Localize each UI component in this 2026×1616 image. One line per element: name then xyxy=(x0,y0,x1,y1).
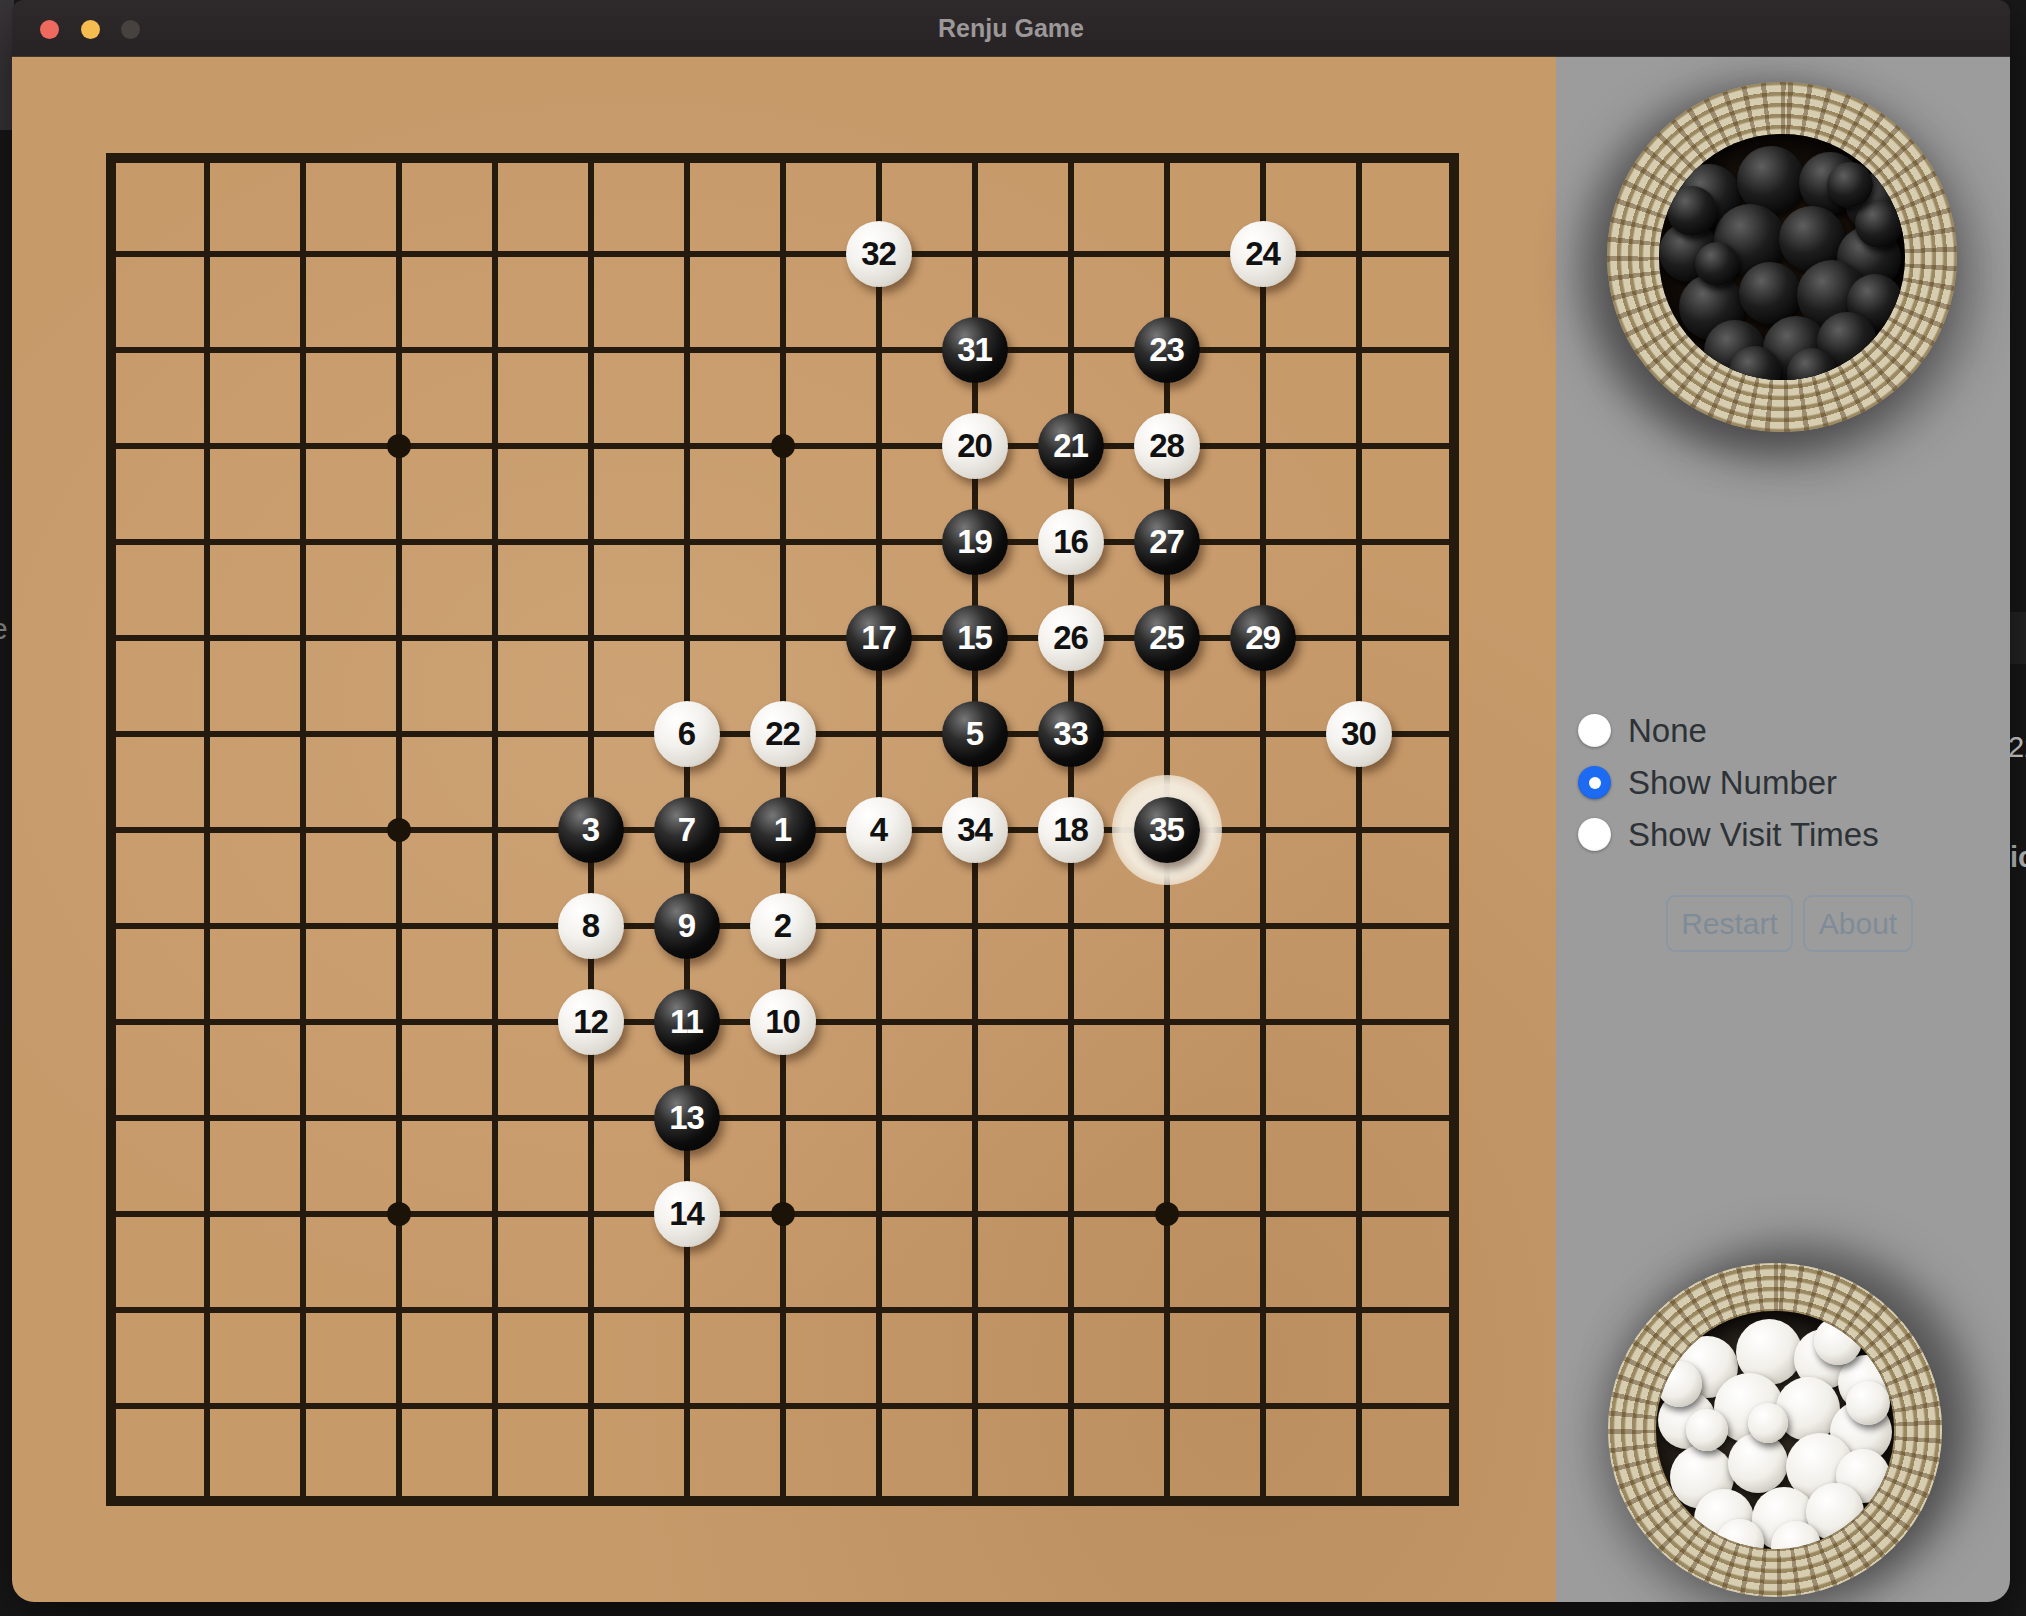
stone-16-white: 16 xyxy=(1038,509,1104,575)
radio-none[interactable]: None xyxy=(1556,712,2010,752)
stone-15-black: 15 xyxy=(942,605,1008,671)
black-bowl-stone xyxy=(1739,262,1801,324)
stone-4-white: 4 xyxy=(846,797,912,863)
stone-13-black: 13 xyxy=(654,1085,720,1151)
stone-10-white: 10 xyxy=(750,989,816,1055)
renju-game-window: 1234567891011121314151617181920212223242… xyxy=(12,0,2010,1602)
stone-30-white: 30 xyxy=(1326,701,1392,767)
black-stone-bowl-stones xyxy=(1659,134,1905,380)
stone-3-black: 3 xyxy=(558,797,624,863)
stone-9-black: 9 xyxy=(654,893,720,959)
stone-17-black: 17 xyxy=(846,605,912,671)
stone-layer: 1234567891011121314151617181920212223242… xyxy=(12,56,1556,1602)
black-stone-bowl xyxy=(1607,82,1957,432)
white-stone-bowl-stones xyxy=(1656,1311,1894,1549)
zoom-button-icon[interactable] xyxy=(121,20,140,39)
radio-show-visit-times-circle[interactable] xyxy=(1578,818,1611,851)
title-bar: Renju Game xyxy=(12,0,2010,56)
background-text-fragment-right-top: 22 xyxy=(2008,731,2026,764)
stone-23-black: 23 xyxy=(1134,317,1200,383)
window-title: Renju Game xyxy=(12,0,2010,56)
stone-31-black: 31 xyxy=(942,317,1008,383)
stone-35-black: 35 xyxy=(1134,797,1200,863)
stone-28-white: 28 xyxy=(1134,413,1200,479)
stone-29-black: 29 xyxy=(1230,605,1296,671)
white-bowl-stone xyxy=(1686,1409,1728,1451)
stone-24-white: 24 xyxy=(1230,221,1296,287)
white-stone-bowl xyxy=(1608,1263,1942,1597)
stone-22-white: 22 xyxy=(750,701,816,767)
white-bowl-stone xyxy=(1846,1381,1890,1425)
background-text-fragment-left: e xyxy=(0,612,8,646)
about-button[interactable]: About xyxy=(1803,895,1913,952)
stone-7-black: 7 xyxy=(654,797,720,863)
stone-5-black: 5 xyxy=(942,701,1008,767)
radio-show-number-label: Show Number xyxy=(1628,764,1837,802)
minimize-button-icon[interactable] xyxy=(81,20,100,39)
stone-11-black: 11 xyxy=(654,989,720,1055)
sidebar: None Show Number Show Visit Times Restar… xyxy=(1556,56,2010,1602)
stone-12-white: 12 xyxy=(558,989,624,1055)
stone-6-white: 6 xyxy=(654,701,720,767)
stone-1-black: 1 xyxy=(750,797,816,863)
white-bowl-stone xyxy=(1748,1403,1788,1443)
radio-show-number-circle[interactable] xyxy=(1578,766,1611,799)
stone-8-white: 8 xyxy=(558,893,624,959)
radio-dot-icon xyxy=(1589,777,1601,789)
stone-27-black: 27 xyxy=(1134,509,1200,575)
radio-show-number[interactable]: Show Number xyxy=(1556,764,2010,804)
background-panel-right xyxy=(2010,612,2026,664)
radio-none-label: None xyxy=(1628,712,1707,750)
background-text-fragment-right-bottom: ic xyxy=(2010,841,2026,874)
black-bowl-stone xyxy=(1695,242,1739,286)
radio-show-visit-times[interactable]: Show Visit Times xyxy=(1556,816,2010,856)
stone-18-white: 18 xyxy=(1038,797,1104,863)
stone-20-white: 20 xyxy=(942,413,1008,479)
stone-34-white: 34 xyxy=(942,797,1008,863)
black-bowl-stone xyxy=(1827,162,1873,208)
stone-26-white: 26 xyxy=(1038,605,1104,671)
stone-21-black: 21 xyxy=(1038,413,1104,479)
stone-25-black: 25 xyxy=(1134,605,1200,671)
wood-play-area: 1234567891011121314151617181920212223242… xyxy=(12,56,1556,1602)
radio-none-circle[interactable] xyxy=(1578,714,1611,747)
stone-32-white: 32 xyxy=(846,221,912,287)
stone-2-white: 2 xyxy=(750,893,816,959)
white-bowl-stone xyxy=(1728,1433,1788,1493)
stone-19-black: 19 xyxy=(942,509,1008,575)
close-button-icon[interactable] xyxy=(40,20,59,39)
radio-show-visit-times-label: Show Visit Times xyxy=(1628,816,1879,854)
stone-33-black: 33 xyxy=(1038,701,1104,767)
stone-14-white: 14 xyxy=(654,1181,720,1247)
restart-button[interactable]: Restart xyxy=(1666,895,1793,952)
